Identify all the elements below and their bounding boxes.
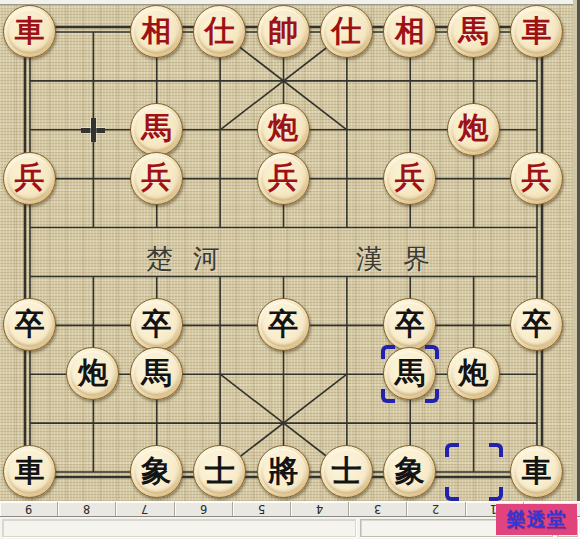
- piece-face: 兵: [7, 156, 52, 201]
- river-label-left: 楚河: [118, 241, 248, 277]
- piece-face: 車: [7, 9, 52, 54]
- file-number-strip: 987654321: [0, 501, 580, 517]
- piece-glyph: 卒: [522, 309, 552, 339]
- red-piece-帥[interactable]: 帥: [257, 5, 310, 58]
- piece-face: 兵: [261, 156, 306, 201]
- piece-glyph: 車: [522, 456, 552, 486]
- red-piece-兵[interactable]: 兵: [130, 152, 183, 205]
- piece-face: 車: [514, 449, 559, 494]
- piece-glyph: 卒: [141, 309, 171, 339]
- piece-glyph: 將: [268, 456, 298, 486]
- black-piece-將[interactable]: 將: [257, 445, 310, 498]
- piece-glyph: 車: [15, 16, 45, 46]
- piece-face: 車: [514, 9, 559, 54]
- file-label-9: 9: [0, 502, 58, 516]
- piece-glyph: 卒: [15, 309, 45, 339]
- piece-glyph: 車: [522, 16, 552, 46]
- piece-glyph: 相: [395, 16, 425, 46]
- piece-face: 仕: [324, 9, 369, 54]
- lotushall-watermark: 樂透堂: [496, 504, 577, 535]
- red-piece-仕[interactable]: 仕: [193, 5, 246, 58]
- piece-glyph: 兵: [141, 162, 171, 192]
- piece-glyph: 兵: [268, 162, 298, 192]
- file-label-5: 5: [233, 502, 291, 516]
- piece-glyph: 馬: [141, 358, 171, 388]
- piece-glyph: 兵: [15, 162, 45, 192]
- file-label-4: 4: [291, 502, 349, 516]
- red-piece-相[interactable]: 相: [383, 5, 436, 58]
- piece-face: 馬: [134, 351, 179, 396]
- piece-face: 將: [261, 449, 306, 494]
- piece-face: 象: [387, 449, 432, 494]
- piece-face: 相: [134, 9, 179, 54]
- piece-glyph: 卒: [395, 309, 425, 339]
- xiangqi-app-window: 楚河 漢界 車相仕帥仕相馬車馬炮炮兵兵兵兵兵卒卒卒卒卒炮馬馬炮車象士將士象車 9…: [0, 0, 580, 539]
- piece-glyph: 帥: [268, 16, 298, 46]
- file-label-6: 6: [175, 502, 233, 516]
- red-piece-兵[interactable]: 兵: [510, 152, 563, 205]
- piece-face: 馬: [134, 107, 179, 152]
- piece-face: 士: [197, 449, 242, 494]
- piece-glyph: 仕: [331, 16, 361, 46]
- black-piece-卒[interactable]: 卒: [510, 298, 563, 351]
- piece-face: 象: [134, 449, 179, 494]
- piece-face: 卒: [514, 302, 559, 347]
- piece-glyph: 車: [15, 456, 45, 486]
- piece-face: 馬: [451, 9, 496, 54]
- red-piece-兵[interactable]: 兵: [383, 152, 436, 205]
- red-piece-炮[interactable]: 炮: [447, 103, 500, 156]
- file-label-3: 3: [349, 502, 407, 516]
- piece-glyph: 炮: [78, 358, 108, 388]
- red-piece-馬[interactable]: 馬: [130, 103, 183, 156]
- piece-face: 炮: [261, 107, 306, 152]
- black-piece-卒[interactable]: 卒: [3, 298, 56, 351]
- black-piece-炮[interactable]: 炮: [447, 347, 500, 400]
- piece-glyph: 炮: [268, 113, 298, 143]
- piece-glyph: 象: [141, 456, 171, 486]
- last-move-marker: [381, 345, 439, 403]
- black-piece-象[interactable]: 象: [130, 445, 183, 498]
- file-label-8: 8: [58, 502, 116, 516]
- last-move-marker: [445, 443, 503, 501]
- red-piece-兵[interactable]: 兵: [3, 152, 56, 205]
- river-label-right: 漢界: [328, 241, 458, 277]
- piece-glyph: 相: [141, 16, 171, 46]
- piece-glyph: 馬: [141, 113, 171, 143]
- red-piece-兵[interactable]: 兵: [257, 152, 310, 205]
- piece-face: 兵: [514, 156, 559, 201]
- piece-face: 兵: [134, 156, 179, 201]
- black-piece-馬[interactable]: 馬: [130, 347, 183, 400]
- piece-face: 卒: [387, 302, 432, 347]
- red-piece-相[interactable]: 相: [130, 5, 183, 58]
- black-piece-車[interactable]: 車: [510, 445, 563, 498]
- red-piece-仕[interactable]: 仕: [320, 5, 373, 58]
- piece-face: 帥: [261, 9, 306, 54]
- piece-glyph: 馬: [458, 16, 488, 46]
- piece-glyph: 炮: [458, 113, 488, 143]
- piece-face: 相: [387, 9, 432, 54]
- black-piece-士[interactable]: 士: [320, 445, 373, 498]
- red-piece-炮[interactable]: 炮: [257, 103, 310, 156]
- piece-glyph: 炮: [458, 358, 488, 388]
- file-label-2: 2: [407, 502, 465, 516]
- file-label-7: 7: [116, 502, 174, 516]
- black-piece-象[interactable]: 象: [383, 445, 436, 498]
- piece-face: 炮: [451, 351, 496, 396]
- piece-face: 車: [7, 449, 52, 494]
- red-piece-車[interactable]: 車: [510, 5, 563, 58]
- piece-face: 卒: [7, 302, 52, 347]
- red-piece-馬[interactable]: 馬: [447, 5, 500, 58]
- crosshair-cursor: [81, 118, 105, 142]
- piece-face: 炮: [70, 351, 115, 396]
- piece-glyph: 仕: [205, 16, 235, 46]
- piece-glyph: 兵: [522, 162, 552, 192]
- piece-glyph: 士: [205, 456, 235, 486]
- black-piece-卒[interactable]: 卒: [130, 298, 183, 351]
- red-piece-車[interactable]: 車: [3, 5, 56, 58]
- black-piece-士[interactable]: 士: [193, 445, 246, 498]
- piece-glyph: 卒: [268, 309, 298, 339]
- piece-face: 卒: [134, 302, 179, 347]
- status-panel-left: [2, 519, 356, 537]
- piece-face: 仕: [197, 9, 242, 54]
- window-top-edge: [0, 0, 580, 5]
- piece-face: 士: [324, 449, 369, 494]
- piece-glyph: 士: [331, 456, 361, 486]
- piece-face: 炮: [451, 107, 496, 152]
- status-bar: [0, 517, 580, 539]
- piece-face: 兵: [387, 156, 432, 201]
- piece-face: 卒: [261, 302, 306, 347]
- piece-glyph: 象: [395, 456, 425, 486]
- black-piece-卒[interactable]: 卒: [257, 298, 310, 351]
- piece-glyph: 兵: [395, 162, 425, 192]
- black-piece-車[interactable]: 車: [3, 445, 56, 498]
